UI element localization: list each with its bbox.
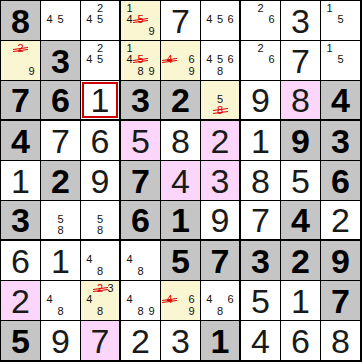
cell-r9c1[interactable]: 5 [1, 321, 41, 361]
cell-r1c1[interactable]: 8 [1, 1, 41, 41]
cell-r7c4[interactable]: 48 [121, 241, 161, 281]
pencil-marks: 2348 [81, 281, 119, 320]
solved-digit: 6 [1, 241, 40, 280]
pencil-marks: 48 [81, 241, 119, 280]
cell-r8c9[interactable]: 7 [321, 281, 361, 321]
candidate-4: 4 [84, 254, 95, 265]
cell-r6c7[interactable]: 7 [241, 201, 281, 241]
solved-digit: 4 [241, 321, 280, 360]
cell-r6c9[interactable]: 2 [321, 201, 361, 241]
given-digit: 4 [281, 201, 320, 239]
cell-r9c3[interactable]: 7 [81, 321, 121, 361]
candidate-8: 8 [135, 306, 146, 317]
cell-r9c7[interactable]: 4 [241, 321, 281, 361]
solved-digit: 4 [161, 161, 200, 200]
candidate-8: 8 [215, 306, 226, 317]
pencil-marks: 245 [81, 1, 119, 40]
cell-r3c4[interactable]: 3 [121, 81, 161, 121]
eliminated-candidate-8: 8 [215, 105, 226, 116]
cell-r7c5[interactable]: 5 [161, 241, 201, 281]
candidate-4: 4 [84, 54, 95, 65]
solved-digit: 9 [41, 321, 80, 360]
cell-r6c4[interactable]: 6 [121, 201, 161, 241]
solved-digit: 5 [121, 121, 160, 160]
candidate-8: 8 [135, 266, 146, 277]
pencil-marks: 58 [81, 201, 119, 239]
candidate-6: 6 [186, 54, 197, 65]
cell-r8c7[interactable]: 5 [241, 281, 281, 321]
solved-digit: 9 [81, 161, 119, 200]
solved-digit: 6 [81, 121, 119, 160]
cell-r2c3[interactable]: 245 [81, 41, 121, 81]
solved-digit: 2 [1, 281, 40, 320]
solved-digit: 1 [1, 161, 40, 200]
solved-digit: 8 [161, 121, 200, 160]
cell-r7c9[interactable]: 9 [321, 241, 361, 281]
cell-r7c2[interactable]: 1 [41, 241, 81, 281]
candidate-6: 6 [186, 294, 197, 305]
candidate-4: 4 [84, 14, 95, 25]
given-digit: 2 [41, 161, 80, 200]
cell-r2c6[interactable]: 4568 [201, 41, 241, 81]
cell-r6c8[interactable]: 4 [281, 201, 321, 241]
given-digit: 5 [1, 321, 40, 360]
candidate-5: 5 [335, 54, 346, 65]
candidate-4: 4 [204, 54, 215, 65]
solved-digit: 8 [281, 81, 320, 119]
cell-r4c6[interactable]: 2 [201, 121, 241, 161]
cell-r4c7[interactable]: 1 [241, 121, 281, 161]
given-digit: 1 [201, 321, 239, 360]
solved-digit: 7 [41, 121, 80, 160]
cell-r1c9[interactable]: 15 [321, 1, 361, 41]
candidate-8: 8 [95, 225, 106, 236]
cell-r5c9[interactable]: 6 [321, 161, 361, 201]
cell-r2c4[interactable]: 14589 [121, 41, 161, 81]
candidate-2: 2 [255, 3, 266, 14]
eliminated-candidate-5: 5 [135, 14, 146, 25]
candidate-8: 8 [55, 225, 66, 236]
candidate-8: 8 [95, 266, 106, 277]
solved-digit: 7 [241, 201, 280, 239]
cell-r1c6[interactable]: 456 [201, 1, 241, 41]
candidate-4: 4 [84, 294, 95, 305]
candidate-8: 8 [135, 66, 146, 77]
cell-r9c2[interactable]: 9 [41, 321, 81, 361]
cell-r7c3[interactable]: 48 [81, 241, 121, 281]
candidate-5: 5 [95, 54, 106, 65]
cell-r8c2[interactable]: 48 [41, 281, 81, 321]
candidate-5: 5 [215, 54, 226, 65]
cell-r5c6[interactable]: 3 [201, 161, 241, 201]
solved-digit: 5 [241, 281, 280, 320]
cell-r9c4[interactable]: 2 [121, 321, 161, 361]
given-digit: 3 [121, 81, 160, 119]
pencil-marks: 469 [161, 41, 200, 80]
given-digit: 1 [161, 201, 200, 239]
given-digit: 5 [161, 241, 200, 280]
candidate-4: 4 [44, 14, 55, 25]
cell-r3c7[interactable]: 9 [241, 81, 281, 121]
cell-r8c1[interactable]: 2 [1, 281, 41, 321]
pencil-marks: 15 [321, 1, 360, 40]
given-digit: 6 [41, 81, 80, 119]
cell-r4c9[interactable]: 3 [321, 121, 361, 161]
eliminated-candidate-2: 2 [95, 283, 106, 294]
cell-r8c4[interactable]: 489 [121, 281, 161, 321]
cell-r5c3[interactable]: 9 [81, 161, 121, 201]
cell-r2c8[interactable]: 7 [281, 41, 321, 81]
candidate-6: 6 [225, 54, 236, 65]
pencil-marks: 468 [201, 281, 239, 320]
candidate-4: 4 [204, 294, 215, 305]
cell-r3c9[interactable]: 4 [321, 81, 361, 121]
candidate-9: 9 [186, 66, 197, 77]
given-digit: 4 [321, 81, 360, 119]
candidate-5: 5 [215, 14, 226, 25]
solved-digit: 1 [41, 241, 80, 280]
cell-r1c8[interactable]: 3 [281, 1, 321, 41]
candidate-8: 8 [95, 306, 106, 317]
solved-digit: 8 [241, 161, 280, 200]
cell-r9c9[interactable]: 8 [321, 321, 361, 361]
candidate-9: 9 [146, 66, 157, 77]
solved-digit: 3 [161, 321, 200, 360]
solved-digit: 7 [161, 1, 200, 40]
cell-r5c4[interactable]: 7 [121, 161, 161, 201]
cell-r4c1[interactable]: 4 [1, 121, 41, 161]
solved-digit: 1 [241, 121, 280, 160]
cell-r9c8[interactable]: 6 [281, 321, 321, 361]
given-digit: 6 [321, 161, 360, 200]
pencil-marks: 456 [201, 1, 239, 40]
cell-r6c5[interactable]: 1 [161, 201, 201, 241]
pencil-marks: 58 [41, 201, 80, 239]
solved-digit: 5 [281, 161, 320, 200]
cell-r8c3[interactable]: 2348 [81, 281, 121, 321]
candidate-6: 6 [266, 54, 277, 65]
pencil-marks: 245 [81, 41, 119, 80]
cell-r4c5[interactable]: 8 [161, 121, 201, 161]
candidate-1: 1 [324, 43, 335, 54]
given-digit: 4 [1, 121, 40, 160]
cell-r1c5[interactable]: 7 [161, 1, 201, 41]
pencil-marks: 14589 [121, 41, 160, 80]
given-digit: 2 [161, 81, 200, 119]
cell-r1c2[interactable]: 45 [41, 1, 81, 41]
cell-r7c1[interactable]: 6 [1, 241, 41, 281]
pencil-marks: 45 [41, 1, 80, 40]
solved-digit: 8 [321, 321, 360, 360]
solved-digit: 6 [281, 321, 320, 360]
solved-digit: 3 [281, 1, 320, 40]
pencil-marks: 48 [121, 241, 160, 280]
cell-r6c1[interactable]: 3 [1, 201, 41, 241]
solved-digit: 2 [121, 321, 160, 360]
solved-digit: 7 [281, 41, 320, 80]
eliminated-candidate-4: 4 [164, 54, 175, 65]
solved-digit: 2 [321, 201, 360, 239]
pencil-marks: 26 [241, 1, 280, 40]
candidate-5: 5 [95, 14, 106, 25]
cell-r8c5[interactable]: 469 [161, 281, 201, 321]
solved-digit: 3 [201, 161, 239, 200]
solved-digit: 9 [201, 201, 239, 239]
given-digit: 8 [1, 1, 40, 40]
given-digit: 9 [321, 241, 360, 280]
candidate-5: 5 [55, 14, 66, 25]
eliminated-candidate-2: 2 [15, 43, 26, 54]
cell-r3c5[interactable]: 2 [161, 81, 201, 121]
candidate-9: 9 [186, 306, 197, 317]
candidate-6: 6 [266, 14, 277, 25]
cell-r1c3[interactable]: 245 [81, 1, 121, 41]
cell-r4c8[interactable]: 9 [281, 121, 321, 161]
cell-r7c7[interactable]: 3 [241, 241, 281, 281]
cell-r6c3[interactable]: 58 [81, 201, 121, 241]
given-digit: 7 [121, 161, 160, 200]
cell-r5c8[interactable]: 5 [281, 161, 321, 201]
cell-r5c1[interactable]: 1 [1, 161, 41, 201]
pencil-marks: 48 [41, 281, 80, 320]
solved-digit: 1 [81, 81, 119, 119]
candidate-4: 4 [204, 14, 215, 25]
cell-r2c7[interactable]: 26 [241, 41, 281, 81]
cell-r7c6[interactable]: 7 [201, 241, 241, 281]
candidate-6: 6 [225, 294, 236, 305]
cell-r6c2[interactable]: 58 [41, 201, 81, 241]
cell-r7c8[interactable]: 2 [281, 241, 321, 281]
solved-digit: 9 [241, 81, 280, 119]
candidate-9: 9 [146, 26, 157, 37]
candidate-1: 1 [324, 3, 335, 14]
candidate-9: 9 [26, 66, 37, 77]
cell-r4c2[interactable]: 7 [41, 121, 81, 161]
candidate-6: 6 [225, 14, 236, 25]
given-digit: 3 [241, 241, 280, 280]
given-digit: 9 [281, 121, 320, 160]
candidate-4: 4 [44, 294, 55, 305]
cell-r1c4[interactable]: 1459 [121, 1, 161, 41]
solved-digit: 2 [201, 121, 239, 160]
candidate-8: 8 [215, 66, 226, 77]
given-digit: 3 [321, 121, 360, 160]
candidate-5: 5 [335, 14, 346, 25]
given-digit: 3 [41, 41, 80, 80]
given-digit: 7 [321, 281, 360, 320]
eliminated-candidate-4: 4 [164, 294, 175, 305]
pencil-marks: 15 [321, 41, 360, 80]
pencil-marks: 26 [241, 41, 280, 80]
sudoku-board: 8452451459745626315293245145894694568267… [0, 0, 362, 362]
cell-r2c2[interactable]: 3 [41, 41, 81, 81]
given-digit: 6 [121, 201, 160, 239]
pencil-marks: 29 [1, 41, 40, 80]
cell-r4c3[interactable]: 6 [81, 121, 121, 161]
cell-r3c2[interactable]: 6 [41, 81, 81, 121]
cell-r2c1[interactable]: 29 [1, 41, 41, 81]
cell-r5c5[interactable]: 4 [161, 161, 201, 201]
cell-r3c3[interactable]: 1 [81, 81, 121, 121]
given-digit: 7 [1, 81, 40, 119]
cell-r5c2[interactable]: 2 [41, 161, 81, 201]
cell-r1c7[interactable]: 26 [241, 1, 281, 41]
cell-r3c1[interactable]: 7 [1, 81, 41, 121]
pencil-marks: 489 [121, 281, 160, 320]
candidate-8: 8 [55, 306, 66, 317]
pencil-marks: 469 [161, 281, 200, 320]
solved-digit: 7 [81, 321, 119, 360]
candidate-9: 9 [146, 306, 157, 317]
cell-r8c6[interactable]: 468 [201, 281, 241, 321]
candidate-4: 4 [124, 254, 135, 265]
solved-digit: 1 [281, 281, 320, 320]
pencil-marks: 1459 [121, 1, 160, 40]
given-digit: 7 [201, 241, 239, 280]
pencil-marks: 4568 [201, 41, 239, 80]
candidate-2: 2 [255, 43, 266, 54]
cell-r5c7[interactable]: 8 [241, 161, 281, 201]
pencil-marks: 58 [201, 81, 239, 119]
cell-r9c6[interactable]: 1 [201, 321, 241, 361]
cell-r2c9[interactable]: 15 [321, 41, 361, 81]
eliminated-candidate-5: 5 [135, 54, 146, 65]
cell-r3c6[interactable]: 58 [201, 81, 241, 121]
cell-r4c4[interactable]: 5 [121, 121, 161, 161]
cell-r2c5[interactable]: 469 [161, 41, 201, 81]
cell-r8c8[interactable]: 1 [281, 281, 321, 321]
given-digit: 3 [1, 201, 40, 239]
cell-r9c5[interactable]: 3 [161, 321, 201, 361]
cell-r3c8[interactable]: 8 [281, 81, 321, 121]
given-digit: 2 [281, 241, 320, 280]
cell-r6c6[interactable]: 9 [201, 201, 241, 241]
candidate-4: 4 [124, 294, 135, 305]
